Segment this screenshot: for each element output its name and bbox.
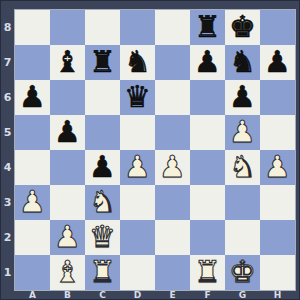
square-a2[interactable]	[15, 220, 50, 255]
square-e2[interactable]	[155, 220, 190, 255]
square-e4[interactable]: ♟	[155, 150, 190, 185]
square-b1[interactable]: ♝	[50, 255, 85, 290]
black-queen: ♛	[120, 80, 155, 115]
black-pawn: ♟	[85, 150, 120, 185]
square-f7[interactable]: ♟	[190, 45, 225, 80]
square-a5[interactable]	[15, 115, 50, 150]
file-label-h: H	[260, 290, 295, 300]
square-g7[interactable]: ♞	[225, 45, 260, 80]
white-king: ♚	[225, 255, 260, 290]
chessboard-frame: 87654321 ♜♚♝♜♞♟♞♟♟♛♟♟♟♟♟♟♞♟♟♞♟♛♝♜♜♚ ABCD…	[0, 0, 300, 300]
square-g2[interactable]	[225, 220, 260, 255]
square-h6[interactable]	[260, 80, 295, 115]
square-h1[interactable]	[260, 255, 295, 290]
black-knight: ♞	[120, 45, 155, 80]
white-pawn: ♟	[260, 150, 295, 185]
file-label-e: E	[155, 290, 190, 300]
square-d5[interactable]	[120, 115, 155, 150]
square-b6[interactable]	[50, 80, 85, 115]
square-b4[interactable]	[50, 150, 85, 185]
square-b7[interactable]: ♝	[50, 45, 85, 80]
square-h7[interactable]: ♟	[260, 45, 295, 80]
white-rook: ♜	[190, 255, 225, 290]
square-c5[interactable]	[85, 115, 120, 150]
black-pawn: ♟	[225, 80, 260, 115]
white-pawn: ♟	[50, 220, 85, 255]
rank-label-5: 5	[0, 115, 15, 150]
square-g1[interactable]: ♚	[225, 255, 260, 290]
square-b5[interactable]: ♟	[50, 115, 85, 150]
square-e6[interactable]	[155, 80, 190, 115]
white-knight: ♞	[85, 185, 120, 220]
square-c3[interactable]: ♞	[85, 185, 120, 220]
white-bishop: ♝	[50, 255, 85, 290]
black-knight: ♞	[225, 45, 260, 80]
square-h4[interactable]: ♟	[260, 150, 295, 185]
square-h2[interactable]	[260, 220, 295, 255]
square-d2[interactable]	[120, 220, 155, 255]
square-a1[interactable]	[15, 255, 50, 290]
square-e3[interactable]	[155, 185, 190, 220]
square-f1[interactable]: ♜	[190, 255, 225, 290]
file-labels: ABCDEFGH	[15, 290, 295, 300]
white-pawn: ♟	[225, 115, 260, 150]
square-d7[interactable]: ♞	[120, 45, 155, 80]
square-f5[interactable]	[190, 115, 225, 150]
black-pawn: ♟	[190, 45, 225, 80]
white-knight: ♞	[225, 150, 260, 185]
square-a3[interactable]: ♟	[15, 185, 50, 220]
rank-label-4: 4	[0, 150, 15, 185]
white-queen: ♛	[85, 220, 120, 255]
square-f2[interactable]	[190, 220, 225, 255]
file-label-d: D	[120, 290, 155, 300]
square-d8[interactable]	[120, 10, 155, 45]
file-label-a: A	[15, 290, 50, 300]
square-g4[interactable]: ♞	[225, 150, 260, 185]
file-label-c: C	[85, 290, 120, 300]
square-f4[interactable]	[190, 150, 225, 185]
square-h8[interactable]	[260, 10, 295, 45]
square-d3[interactable]	[120, 185, 155, 220]
square-e1[interactable]	[155, 255, 190, 290]
square-c2[interactable]: ♛	[85, 220, 120, 255]
rank-label-1: 1	[0, 255, 15, 290]
square-h3[interactable]	[260, 185, 295, 220]
rank-label-2: 2	[0, 220, 15, 255]
square-d1[interactable]	[120, 255, 155, 290]
square-a4[interactable]	[15, 150, 50, 185]
square-g3[interactable]	[225, 185, 260, 220]
rank-label-7: 7	[0, 45, 15, 80]
black-pawn: ♟	[50, 115, 85, 150]
square-c1[interactable]: ♜	[85, 255, 120, 290]
file-label-f: F	[190, 290, 225, 300]
square-f6[interactable]	[190, 80, 225, 115]
square-c4[interactable]: ♟	[85, 150, 120, 185]
square-d6[interactable]: ♛	[120, 80, 155, 115]
square-e5[interactable]	[155, 115, 190, 150]
square-d4[interactable]: ♟	[120, 150, 155, 185]
file-label-g: G	[225, 290, 260, 300]
black-pawn: ♟	[260, 45, 295, 80]
rank-label-6: 6	[0, 80, 15, 115]
black-rook: ♜	[85, 45, 120, 80]
square-e7[interactable]	[155, 45, 190, 80]
square-a6[interactable]: ♟	[15, 80, 50, 115]
square-h5[interactable]	[260, 115, 295, 150]
rank-label-3: 3	[0, 185, 15, 220]
chessboard: ♜♚♝♜♞♟♞♟♟♛♟♟♟♟♟♟♞♟♟♞♟♛♝♜♜♚	[15, 10, 295, 290]
rank-label-8: 8	[0, 10, 15, 45]
file-label-b: B	[50, 290, 85, 300]
square-g6[interactable]: ♟	[225, 80, 260, 115]
square-a7[interactable]	[15, 45, 50, 80]
black-pawn: ♟	[15, 80, 50, 115]
square-g8[interactable]: ♚	[225, 10, 260, 45]
square-g5[interactable]: ♟	[225, 115, 260, 150]
square-a8[interactable]	[15, 10, 50, 45]
square-c7[interactable]: ♜	[85, 45, 120, 80]
rank-labels: 87654321	[0, 10, 15, 290]
white-pawn: ♟	[15, 185, 50, 220]
square-c6[interactable]	[85, 80, 120, 115]
square-e8[interactable]	[155, 10, 190, 45]
square-f8[interactable]: ♜	[190, 10, 225, 45]
square-c8[interactable]	[85, 10, 120, 45]
black-king: ♚	[225, 10, 260, 45]
white-rook: ♜	[85, 255, 120, 290]
black-rook: ♜	[190, 10, 225, 45]
white-pawn: ♟	[155, 150, 190, 185]
black-bishop: ♝	[50, 45, 85, 80]
square-b2[interactable]: ♟	[50, 220, 85, 255]
square-f3[interactable]	[190, 185, 225, 220]
square-b8[interactable]	[50, 10, 85, 45]
white-pawn: ♟	[120, 150, 155, 185]
square-b3[interactable]	[50, 185, 85, 220]
